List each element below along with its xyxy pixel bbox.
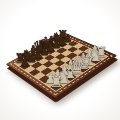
chess-board <box>6 32 118 99</box>
chess-set-photo: ♜♞♝♛♚♝♞♜♟♟♟♟♟♟♟♟♟♟♟♟♟♟♟♟♜♞♝♛♚♝♞♜ <box>0 0 120 120</box>
